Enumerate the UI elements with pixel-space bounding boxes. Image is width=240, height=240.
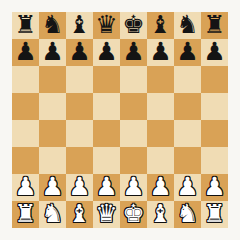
square-d1[interactable]: ♛ — [93, 201, 120, 228]
square-f2[interactable]: ♟ — [147, 174, 174, 201]
square-c6[interactable] — [66, 66, 93, 93]
square-d8[interactable]: ♛ — [93, 12, 120, 39]
square-f7[interactable]: ♟ — [147, 39, 174, 66]
square-a6[interactable] — [12, 66, 39, 93]
square-b3[interactable] — [39, 147, 66, 174]
black-pawn: ♟ — [203, 39, 225, 65]
square-c1[interactable]: ♝ — [66, 201, 93, 228]
square-c7[interactable]: ♟ — [66, 39, 93, 66]
square-e2[interactable]: ♟ — [120, 174, 147, 201]
white-rook: ♜ — [14, 201, 36, 227]
square-f6[interactable] — [147, 66, 174, 93]
square-a3[interactable] — [12, 147, 39, 174]
white-knight: ♞ — [41, 201, 63, 227]
black-knight: ♞ — [41, 12, 63, 38]
black-knight: ♞ — [176, 12, 198, 38]
square-f8[interactable]: ♝ — [147, 12, 174, 39]
white-knight: ♞ — [176, 201, 198, 227]
square-e6[interactable] — [120, 66, 147, 93]
white-rook: ♜ — [203, 201, 225, 227]
white-pawn: ♟ — [203, 174, 225, 200]
square-g1[interactable]: ♞ — [174, 201, 201, 228]
black-pawn: ♟ — [41, 39, 63, 65]
black-rook: ♜ — [203, 12, 225, 38]
square-c2[interactable]: ♟ — [66, 174, 93, 201]
square-b8[interactable]: ♞ — [39, 12, 66, 39]
square-d6[interactable] — [93, 66, 120, 93]
black-king: ♚ — [122, 12, 144, 38]
square-h7[interactable]: ♟ — [201, 39, 228, 66]
square-b2[interactable]: ♟ — [39, 174, 66, 201]
white-pawn: ♟ — [68, 174, 90, 200]
square-g2[interactable]: ♟ — [174, 174, 201, 201]
square-f1[interactable]: ♝ — [147, 201, 174, 228]
white-bishop: ♝ — [149, 201, 171, 227]
square-a2[interactable]: ♟ — [12, 174, 39, 201]
square-d7[interactable]: ♟ — [93, 39, 120, 66]
square-g7[interactable]: ♟ — [174, 39, 201, 66]
square-b1[interactable]: ♞ — [39, 201, 66, 228]
white-pawn: ♟ — [176, 174, 198, 200]
square-c3[interactable] — [66, 147, 93, 174]
white-pawn: ♟ — [14, 174, 36, 200]
black-pawn: ♟ — [14, 39, 36, 65]
white-pawn: ♟ — [41, 174, 63, 200]
white-queen: ♛ — [95, 201, 117, 227]
chess-board: ♜♞♝♛♚♝♞♜♟♟♟♟♟♟♟♟♟♟♟♟♟♟♟♟♜♞♝♛♚♝♞♜ — [12, 12, 228, 228]
black-pawn: ♟ — [176, 39, 198, 65]
square-d2[interactable]: ♟ — [93, 174, 120, 201]
square-b7[interactable]: ♟ — [39, 39, 66, 66]
square-c4[interactable] — [66, 120, 93, 147]
black-queen: ♛ — [95, 12, 117, 38]
square-h2[interactable]: ♟ — [201, 174, 228, 201]
square-f3[interactable] — [147, 147, 174, 174]
square-f5[interactable] — [147, 93, 174, 120]
white-pawn: ♟ — [95, 174, 117, 200]
square-f4[interactable] — [147, 120, 174, 147]
square-e3[interactable] — [120, 147, 147, 174]
black-pawn: ♟ — [95, 39, 117, 65]
black-pawn: ♟ — [68, 39, 90, 65]
square-b5[interactable] — [39, 93, 66, 120]
square-g4[interactable] — [174, 120, 201, 147]
square-h5[interactable] — [201, 93, 228, 120]
black-bishop: ♝ — [149, 12, 171, 38]
white-king: ♚ — [122, 201, 144, 227]
white-pawn: ♟ — [149, 174, 171, 200]
square-h1[interactable]: ♜ — [201, 201, 228, 228]
square-e4[interactable] — [120, 120, 147, 147]
square-g3[interactable] — [174, 147, 201, 174]
square-c8[interactable]: ♝ — [66, 12, 93, 39]
square-a4[interactable] — [12, 120, 39, 147]
square-b6[interactable] — [39, 66, 66, 93]
black-pawn: ♟ — [122, 39, 144, 65]
square-g5[interactable] — [174, 93, 201, 120]
black-pawn: ♟ — [149, 39, 171, 65]
board-frame: ♜♞♝♛♚♝♞♜♟♟♟♟♟♟♟♟♟♟♟♟♟♟♟♟♜♞♝♛♚♝♞♜ — [0, 0, 240, 240]
square-g6[interactable] — [174, 66, 201, 93]
square-a1[interactable]: ♜ — [12, 201, 39, 228]
square-e1[interactable]: ♚ — [120, 201, 147, 228]
square-a8[interactable]: ♜ — [12, 12, 39, 39]
black-rook: ♜ — [14, 12, 36, 38]
square-h6[interactable] — [201, 66, 228, 93]
square-e7[interactable]: ♟ — [120, 39, 147, 66]
square-b4[interactable] — [39, 120, 66, 147]
square-h8[interactable]: ♜ — [201, 12, 228, 39]
square-d3[interactable] — [93, 147, 120, 174]
square-e8[interactable]: ♚ — [120, 12, 147, 39]
white-pawn: ♟ — [122, 174, 144, 200]
square-h3[interactable] — [201, 147, 228, 174]
black-bishop: ♝ — [68, 12, 90, 38]
square-a5[interactable] — [12, 93, 39, 120]
square-d5[interactable] — [93, 93, 120, 120]
square-g8[interactable]: ♞ — [174, 12, 201, 39]
square-a7[interactable]: ♟ — [12, 39, 39, 66]
white-bishop: ♝ — [68, 201, 90, 227]
square-c5[interactable] — [66, 93, 93, 120]
square-d4[interactable] — [93, 120, 120, 147]
square-h4[interactable] — [201, 120, 228, 147]
square-e5[interactable] — [120, 93, 147, 120]
